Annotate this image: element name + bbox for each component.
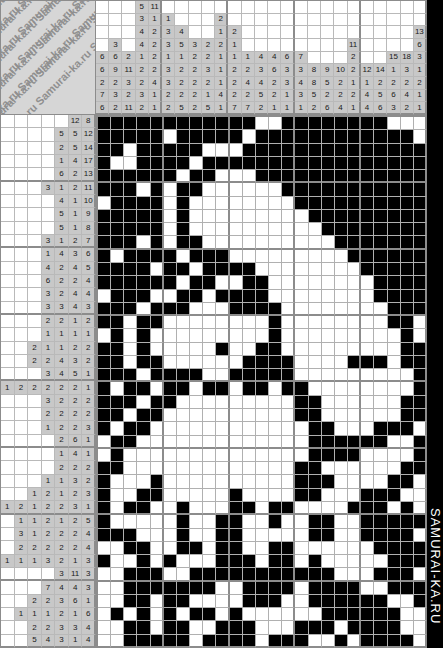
- grid-cell-empty[interactable]: [309, 542, 322, 555]
- grid-cell-filled[interactable]: [309, 409, 322, 422]
- grid-cell-filled[interactable]: [309, 396, 322, 409]
- grid-cell-empty[interactable]: [177, 396, 190, 409]
- grid-cell-empty[interactable]: [216, 462, 229, 475]
- grid-cell-filled[interactable]: [282, 568, 295, 581]
- grid-cell-empty[interactable]: [282, 303, 295, 316]
- grid-cell-filled[interactable]: [124, 303, 137, 316]
- grid-cell-empty[interactable]: [374, 303, 387, 316]
- grid-cell-empty[interactable]: [177, 276, 190, 289]
- grid-cell-filled[interactable]: [414, 356, 427, 369]
- grid-cell-filled[interactable]: [401, 329, 414, 342]
- grid-cell-empty[interactable]: [151, 462, 164, 475]
- grid-cell-empty[interactable]: [203, 236, 216, 249]
- grid-cell-empty[interactable]: [256, 329, 269, 342]
- grid-cell-filled[interactable]: [151, 316, 164, 329]
- grid-cell-filled[interactable]: [190, 144, 203, 157]
- grid-cell-empty[interactable]: [335, 329, 348, 342]
- grid-cell-filled[interactable]: [414, 515, 427, 528]
- grid-cell-filled[interactable]: [111, 449, 124, 462]
- grid-cell-filled[interactable]: [256, 356, 269, 369]
- grid-cell-empty[interactable]: [190, 263, 203, 276]
- grid-cell-filled[interactable]: [164, 582, 177, 595]
- grid-cell-filled[interactable]: [137, 197, 150, 210]
- grid-cell-filled[interactable]: [177, 290, 190, 303]
- grid-cell-filled[interactable]: [111, 236, 124, 249]
- grid-cell-empty[interactable]: [190, 555, 203, 568]
- grid-cell-filled[interactable]: [124, 117, 137, 130]
- grid-cell-empty[interactable]: [256, 316, 269, 329]
- grid-cell-empty[interactable]: [309, 250, 322, 263]
- grid-cell-filled[interactable]: [230, 502, 243, 515]
- grid-cell-filled[interactable]: [282, 117, 295, 130]
- grid-cell-filled[interactable]: [348, 582, 361, 595]
- grid-cell-empty[interactable]: [348, 462, 361, 475]
- grid-cell-filled[interactable]: [388, 582, 401, 595]
- grid-cell-filled[interactable]: [216, 382, 229, 395]
- grid-cell-empty[interactable]: [98, 595, 111, 608]
- grid-cell-empty[interactable]: [230, 236, 243, 249]
- grid-cell-filled[interactable]: [164, 621, 177, 634]
- grid-cell-filled[interactable]: [98, 303, 111, 316]
- grid-cell-empty[interactable]: [295, 316, 308, 329]
- grid-cell-filled[interactable]: [388, 236, 401, 249]
- grid-cell-filled[interactable]: [388, 144, 401, 157]
- grid-cell-filled[interactable]: [151, 489, 164, 502]
- grid-cell-filled[interactable]: [111, 356, 124, 369]
- grid-cell-empty[interactable]: [335, 263, 348, 276]
- grid-cell-empty[interactable]: [322, 396, 335, 409]
- grid-cell-empty[interactable]: [282, 409, 295, 422]
- grid-cell-empty[interactable]: [230, 356, 243, 369]
- grid-cell-empty[interactable]: [414, 130, 427, 143]
- grid-cell-empty[interactable]: [374, 329, 387, 342]
- grid-cell-filled[interactable]: [177, 303, 190, 316]
- grid-cell-empty[interactable]: [203, 555, 216, 568]
- grid-cell-filled[interactable]: [190, 183, 203, 196]
- grid-cell-filled[interactable]: [295, 462, 308, 475]
- grid-cell-empty[interactable]: [177, 462, 190, 475]
- grid-cell-empty[interactable]: [309, 635, 322, 648]
- grid-cell-empty[interactable]: [230, 382, 243, 395]
- grid-cell-filled[interactable]: [348, 170, 361, 183]
- grid-cell-empty[interactable]: [216, 236, 229, 249]
- grid-cell-empty[interactable]: [309, 316, 322, 329]
- grid-cell-empty[interactable]: [295, 276, 308, 289]
- grid-cell-empty[interactable]: [151, 595, 164, 608]
- grid-cell-filled[interactable]: [164, 303, 177, 316]
- grid-cell-filled[interactable]: [243, 595, 256, 608]
- grid-cell-empty[interactable]: [322, 369, 335, 382]
- grid-cell-filled[interactable]: [256, 157, 269, 170]
- grid-cell-empty[interactable]: [243, 608, 256, 621]
- grid-cell-empty[interactable]: [230, 422, 243, 435]
- grid-cell-empty[interactable]: [374, 343, 387, 356]
- grid-cell-filled[interactable]: [269, 542, 282, 555]
- grid-cell-empty[interactable]: [348, 542, 361, 555]
- grid-cell-empty[interactable]: [388, 462, 401, 475]
- grid-cell-empty[interactable]: [137, 369, 150, 382]
- grid-cell-filled[interactable]: [111, 329, 124, 342]
- grid-cell-filled[interactable]: [401, 316, 414, 329]
- grid-cell-empty[interactable]: [151, 382, 164, 395]
- grid-cell-empty[interactable]: [388, 595, 401, 608]
- grid-cell-filled[interactable]: [111, 183, 124, 196]
- grid-cell-empty[interactable]: [151, 449, 164, 462]
- grid-cell-filled[interactable]: [124, 130, 137, 143]
- grid-cell-empty[interactable]: [388, 329, 401, 342]
- grid-cell-empty[interactable]: [203, 422, 216, 435]
- grid-cell-empty[interactable]: [414, 422, 427, 435]
- grid-cell-empty[interactable]: [164, 316, 177, 329]
- grid-cell-filled[interactable]: [361, 635, 374, 648]
- grid-cell-empty[interactable]: [177, 568, 190, 581]
- grid-cell-empty[interactable]: [151, 502, 164, 515]
- grid-cell-filled[interactable]: [309, 529, 322, 542]
- grid-cell-filled[interactable]: [282, 382, 295, 395]
- grid-cell-empty[interactable]: [295, 449, 308, 462]
- grid-cell-empty[interactable]: [309, 356, 322, 369]
- grid-cell-empty[interactable]: [282, 329, 295, 342]
- grid-cell-empty[interactable]: [269, 117, 282, 130]
- grid-cell-filled[interactable]: [137, 263, 150, 276]
- grid-cell-filled[interactable]: [111, 290, 124, 303]
- grid-cell-filled[interactable]: [137, 117, 150, 130]
- grid-cell-empty[interactable]: [151, 263, 164, 276]
- grid-cell-filled[interactable]: [124, 595, 137, 608]
- grid-cell-empty[interactable]: [203, 290, 216, 303]
- grid-cell-filled[interactable]: [243, 157, 256, 170]
- grid-cell-filled[interactable]: [414, 263, 427, 276]
- grid-cell-filled[interactable]: [177, 130, 190, 143]
- grid-cell-empty[interactable]: [216, 502, 229, 515]
- grid-cell-filled[interactable]: [361, 144, 374, 157]
- grid-cell-empty[interactable]: [164, 130, 177, 143]
- grid-cell-filled[interactable]: [243, 635, 256, 648]
- grid-cell-filled[interactable]: [374, 529, 387, 542]
- grid-cell-filled[interactable]: [374, 117, 387, 130]
- grid-cell-empty[interactable]: [348, 290, 361, 303]
- grid-cell-filled[interactable]: [164, 396, 177, 409]
- grid-cell-filled[interactable]: [230, 555, 243, 568]
- grid-cell-filled[interactable]: [282, 555, 295, 568]
- grid-cell-filled[interactable]: [335, 183, 348, 196]
- grid-cell-empty[interactable]: [190, 475, 203, 488]
- grid-cell-filled[interactable]: [137, 250, 150, 263]
- grid-cell-empty[interactable]: [388, 396, 401, 409]
- grid-cell-empty[interactable]: [243, 529, 256, 542]
- grid-cell-filled[interactable]: [269, 356, 282, 369]
- grid-cell-filled[interactable]: [111, 343, 124, 356]
- grid-cell-empty[interactable]: [295, 356, 308, 369]
- grid-cell-filled[interactable]: [401, 582, 414, 595]
- grid-cell-empty[interactable]: [190, 502, 203, 515]
- grid-cell-filled[interactable]: [361, 608, 374, 621]
- grid-cell-filled[interactable]: [401, 250, 414, 263]
- grid-cell-filled[interactable]: [98, 130, 111, 143]
- grid-cell-filled[interactable]: [374, 542, 387, 555]
- grid-cell-empty[interactable]: [322, 316, 335, 329]
- grid-cell-empty[interactable]: [256, 422, 269, 435]
- grid-cell-empty[interactable]: [243, 197, 256, 210]
- grid-cell-empty[interactable]: [111, 515, 124, 528]
- grid-cell-empty[interactable]: [124, 409, 137, 422]
- grid-cell-empty[interactable]: [282, 236, 295, 249]
- grid-cell-empty[interactable]: [256, 117, 269, 130]
- grid-cell-filled[interactable]: [348, 236, 361, 249]
- grid-cell-filled[interactable]: [361, 529, 374, 542]
- grid-cell-filled[interactable]: [374, 568, 387, 581]
- grid-cell-empty[interactable]: [177, 436, 190, 449]
- grid-cell-filled[interactable]: [388, 263, 401, 276]
- grid-cell-empty[interactable]: [361, 475, 374, 488]
- grid-cell-filled[interactable]: [98, 356, 111, 369]
- grid-cell-filled[interactable]: [111, 316, 124, 329]
- grid-cell-filled[interactable]: [309, 422, 322, 435]
- grid-cell-empty[interactable]: [374, 555, 387, 568]
- grid-cell-empty[interactable]: [216, 183, 229, 196]
- grid-cell-empty[interactable]: [190, 635, 203, 648]
- grid-cell-filled[interactable]: [151, 409, 164, 422]
- grid-cell-empty[interactable]: [361, 555, 374, 568]
- grid-cell-empty[interactable]: [243, 489, 256, 502]
- grid-cell-filled[interactable]: [190, 369, 203, 382]
- grid-cell-empty[interactable]: [361, 276, 374, 289]
- grid-cell-filled[interactable]: [361, 157, 374, 170]
- grid-cell-empty[interactable]: [177, 250, 190, 263]
- grid-cell-filled[interactable]: [164, 595, 177, 608]
- grid-cell-filled[interactable]: [216, 515, 229, 528]
- grid-cell-filled[interactable]: [151, 130, 164, 143]
- grid-cell-filled[interactable]: [111, 303, 124, 316]
- grid-cell-empty[interactable]: [322, 462, 335, 475]
- grid-cell-filled[interactable]: [401, 290, 414, 303]
- grid-cell-empty[interactable]: [335, 475, 348, 488]
- grid-cell-empty[interactable]: [335, 316, 348, 329]
- grid-cell-empty[interactable]: [190, 157, 203, 170]
- grid-cell-empty[interactable]: [98, 290, 111, 303]
- grid-cell-filled[interactable]: [151, 303, 164, 316]
- grid-cell-empty[interactable]: [137, 515, 150, 528]
- grid-cell-empty[interactable]: [216, 595, 229, 608]
- grid-cell-filled[interactable]: [216, 250, 229, 263]
- grid-cell-empty[interactable]: [151, 542, 164, 555]
- grid-cell-empty[interactable]: [164, 236, 177, 249]
- grid-cell-filled[interactable]: [137, 635, 150, 648]
- grid-cell-empty[interactable]: [269, 396, 282, 409]
- grid-cell-empty[interactable]: [295, 236, 308, 249]
- grid-cell-empty[interactable]: [374, 382, 387, 395]
- grid-cell-empty[interactable]: [414, 489, 427, 502]
- grid-cell-empty[interactable]: [374, 449, 387, 462]
- grid-cell-empty[interactable]: [295, 529, 308, 542]
- grid-cell-filled[interactable]: [190, 568, 203, 581]
- grid-cell-filled[interactable]: [295, 409, 308, 422]
- grid-cell-empty[interactable]: [322, 555, 335, 568]
- grid-cell-empty[interactable]: [322, 382, 335, 395]
- grid-cell-empty[interactable]: [230, 223, 243, 236]
- grid-cell-empty[interactable]: [98, 635, 111, 648]
- grid-cell-empty[interactable]: [335, 555, 348, 568]
- grid-cell-empty[interactable]: [203, 303, 216, 316]
- grid-cell-empty[interactable]: [243, 343, 256, 356]
- grid-cell-filled[interactable]: [414, 369, 427, 382]
- grid-cell-empty[interactable]: [282, 608, 295, 621]
- grid-cell-empty[interactable]: [216, 369, 229, 382]
- grid-cell-empty[interactable]: [322, 276, 335, 289]
- grid-cell-filled[interactable]: [124, 197, 137, 210]
- grid-cell-empty[interactable]: [282, 290, 295, 303]
- grid-cell-filled[interactable]: [361, 117, 374, 130]
- grid-cell-filled[interactable]: [151, 157, 164, 170]
- grid-cell-empty[interactable]: [361, 382, 374, 395]
- grid-cell-filled[interactable]: [124, 529, 137, 542]
- grid-cell-filled[interactable]: [414, 382, 427, 395]
- grid-cell-empty[interactable]: [203, 449, 216, 462]
- grid-cell-filled[interactable]: [216, 635, 229, 648]
- grid-cell-filled[interactable]: [309, 462, 322, 475]
- grid-cell-filled[interactable]: [374, 276, 387, 289]
- grid-cell-empty[interactable]: [124, 157, 137, 170]
- grid-cell-filled[interactable]: [124, 210, 137, 223]
- grid-cell-empty[interactable]: [137, 303, 150, 316]
- grid-cell-empty[interactable]: [230, 197, 243, 210]
- grid-cell-filled[interactable]: [243, 303, 256, 316]
- grid-cell-filled[interactable]: [309, 144, 322, 157]
- grid-cell-filled[interactable]: [374, 183, 387, 196]
- grid-cell-empty[interactable]: [269, 263, 282, 276]
- grid-cell-filled[interactable]: [164, 276, 177, 289]
- grid-cell-empty[interactable]: [256, 197, 269, 210]
- grid-cell-filled[interactable]: [243, 568, 256, 581]
- grid-cell-filled[interactable]: [124, 223, 137, 236]
- grid-cell-filled[interactable]: [388, 529, 401, 542]
- grid-cell-empty[interactable]: [335, 542, 348, 555]
- grid-cell-empty[interactable]: [111, 568, 124, 581]
- grid-cell-filled[interactable]: [374, 223, 387, 236]
- grid-cell-filled[interactable]: [256, 595, 269, 608]
- grid-cell-filled[interactable]: [348, 183, 361, 196]
- grid-cell-filled[interactable]: [124, 568, 137, 581]
- grid-cell-filled[interactable]: [137, 356, 150, 369]
- grid-cell-empty[interactable]: [282, 449, 295, 462]
- grid-cell-filled[interactable]: [203, 608, 216, 621]
- grid-cell-filled[interactable]: [137, 223, 150, 236]
- grid-cell-filled[interactable]: [124, 250, 137, 263]
- grid-cell-empty[interactable]: [414, 502, 427, 515]
- grid-cell-empty[interactable]: [282, 436, 295, 449]
- grid-cell-filled[interactable]: [137, 568, 150, 581]
- grid-cell-empty[interactable]: [335, 568, 348, 581]
- grid-cell-empty[interactable]: [177, 608, 190, 621]
- grid-cell-filled[interactable]: [137, 130, 150, 143]
- grid-cell-filled[interactable]: [388, 290, 401, 303]
- grid-cell-empty[interactable]: [269, 462, 282, 475]
- grid-cell-filled[interactable]: [361, 595, 374, 608]
- grid-cell-empty[interactable]: [243, 409, 256, 422]
- grid-cell-empty[interactable]: [282, 316, 295, 329]
- grid-cell-filled[interactable]: [137, 157, 150, 170]
- grid-cell-empty[interactable]: [348, 568, 361, 581]
- grid-cell-empty[interactable]: [151, 515, 164, 528]
- grid-cell-filled[interactable]: [164, 635, 177, 648]
- grid-cell-filled[interactable]: [190, 170, 203, 183]
- grid-cell-empty[interactable]: [295, 303, 308, 316]
- grid-cell-empty[interactable]: [243, 449, 256, 462]
- grid-cell-filled[interactable]: [98, 183, 111, 196]
- grid-cell-empty[interactable]: [282, 343, 295, 356]
- grid-cell-filled[interactable]: [322, 449, 335, 462]
- grid-cell-empty[interactable]: [111, 382, 124, 395]
- grid-cell-filled[interactable]: [203, 635, 216, 648]
- grid-cell-filled[interactable]: [388, 130, 401, 143]
- grid-cell-filled[interactable]: [190, 542, 203, 555]
- grid-cell-empty[interactable]: [361, 568, 374, 581]
- grid-cell-filled[interactable]: [322, 223, 335, 236]
- grid-cell-empty[interactable]: [190, 621, 203, 634]
- grid-cell-empty[interactable]: [151, 436, 164, 449]
- grid-cell-empty[interactable]: [322, 542, 335, 555]
- grid-cell-filled[interactable]: [335, 130, 348, 143]
- grid-cell-empty[interactable]: [282, 263, 295, 276]
- grid-cell-empty[interactable]: [216, 170, 229, 183]
- grid-cell-filled[interactable]: [111, 144, 124, 157]
- grid-cell-filled[interactable]: [335, 436, 348, 449]
- grid-cell-filled[interactable]: [282, 170, 295, 183]
- grid-cell-empty[interactable]: [151, 555, 164, 568]
- grid-cell-empty[interactable]: [230, 475, 243, 488]
- grid-cell-filled[interactable]: [151, 183, 164, 196]
- grid-cell-filled[interactable]: [177, 621, 190, 634]
- grid-cell-empty[interactable]: [361, 303, 374, 316]
- grid-cell-filled[interactable]: [414, 409, 427, 422]
- grid-cell-empty[interactable]: [151, 621, 164, 634]
- grid-cell-filled[interactable]: [374, 608, 387, 621]
- grid-cell-empty[interactable]: [361, 422, 374, 435]
- grid-cell-filled[interactable]: [177, 595, 190, 608]
- grid-cell-empty[interactable]: [309, 263, 322, 276]
- grid-cell-empty[interactable]: [216, 197, 229, 210]
- grid-cell-empty[interactable]: [414, 529, 427, 542]
- grid-cell-filled[interactable]: [401, 303, 414, 316]
- grid-cell-filled[interactable]: [111, 529, 124, 542]
- grid-cell-filled[interactable]: [322, 621, 335, 634]
- grid-cell-empty[interactable]: [414, 621, 427, 634]
- grid-cell-empty[interactable]: [164, 183, 177, 196]
- grid-cell-filled[interactable]: [151, 223, 164, 236]
- grid-cell-filled[interactable]: [374, 144, 387, 157]
- grid-cell-empty[interactable]: [230, 449, 243, 462]
- grid-cell-filled[interactable]: [348, 144, 361, 157]
- grid-cell-filled[interactable]: [348, 250, 361, 263]
- grid-cell-empty[interactable]: [124, 555, 137, 568]
- grid-cell-empty[interactable]: [348, 303, 361, 316]
- grid-cell-empty[interactable]: [203, 356, 216, 369]
- grid-cell-filled[interactable]: [322, 436, 335, 449]
- grid-cell-filled[interactable]: [388, 316, 401, 329]
- grid-cell-empty[interactable]: [243, 316, 256, 329]
- grid-cell-filled[interactable]: [374, 422, 387, 435]
- grid-cell-filled[interactable]: [111, 223, 124, 236]
- grid-cell-empty[interactable]: [190, 422, 203, 435]
- grid-cell-empty[interactable]: [348, 635, 361, 648]
- grid-cell-filled[interactable]: [401, 542, 414, 555]
- grid-cell-empty[interactable]: [164, 489, 177, 502]
- grid-cell-filled[interactable]: [309, 183, 322, 196]
- grid-cell-filled[interactable]: [374, 236, 387, 249]
- grid-cell-empty[interactable]: [348, 515, 361, 528]
- grid-cell-filled[interactable]: [388, 183, 401, 196]
- grid-cell-filled[interactable]: [361, 210, 374, 223]
